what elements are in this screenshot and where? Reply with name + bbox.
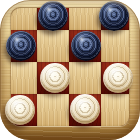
screenshot-stage	[0, 0, 140, 140]
square-b1-red	[37, 8, 69, 30]
square-d2-wood	[101, 30, 129, 62]
square-a3-wood	[11, 62, 37, 94]
square-b2-wood	[37, 30, 69, 62]
square-a2-red	[11, 30, 37, 62]
checkers-app-icon[interactable]	[0, 0, 140, 140]
square-c4-red	[69, 94, 101, 126]
square-d4-wood	[101, 94, 129, 126]
square-d1-red	[101, 8, 129, 30]
square-a4-red	[11, 94, 37, 126]
square-b3-red	[37, 62, 69, 94]
square-a1-wood	[11, 8, 37, 30]
checkers-board-grid	[11, 8, 129, 126]
square-b4-wood	[37, 94, 69, 126]
square-c2-red	[69, 30, 101, 62]
square-d3-red	[101, 62, 129, 94]
square-c1-wood	[69, 8, 101, 30]
board	[11, 8, 129, 126]
square-c3-wood	[69, 62, 101, 94]
